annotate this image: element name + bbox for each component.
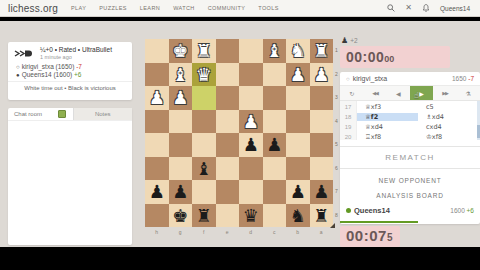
square-h4[interactable]: [145, 110, 169, 134]
square-h3[interactable]: ♟: [145, 86, 169, 110]
square-e2[interactable]: [216, 63, 240, 87]
username-menu[interactable]: Queens14: [440, 5, 470, 12]
square-e3[interactable]: [216, 86, 240, 110]
move-row-17: 17♕xf3c5: [340, 102, 480, 112]
black-player-line[interactable]: ●Queens14 (1600) +6: [16, 71, 132, 78]
bell-icon[interactable]: [422, 4, 430, 12]
page-background: ¼+0 • Rated • UltraBullet 1 minute ago ○…: [0, 21, 480, 247]
material-score: +2: [350, 37, 357, 44]
piece-white-bishop: ♝: [169, 63, 193, 87]
square-c8[interactable]: [263, 204, 287, 228]
move-white-19[interactable]: ♕xd4: [357, 123, 418, 131]
square-e6[interactable]: [216, 157, 240, 181]
nav-item-community[interactable]: COMMUNITY: [208, 5, 246, 11]
square-g8[interactable]: ♚: [169, 204, 193, 228]
piece-white-pawn: ♟: [169, 86, 193, 110]
piece-white-pawn: ♟: [239, 110, 263, 134]
piece-white-pawn: ♟: [286, 63, 310, 87]
square-d8[interactable]: ♛: [239, 204, 263, 228]
piece-black-pawn: ♟: [310, 180, 334, 204]
analysis-board-button[interactable]: ANALYSIS BOARD: [340, 192, 480, 199]
board-resize-handle[interactable]: [330, 223, 335, 228]
move-list: 16h3♗xf317♕xf3c518♕f2♗xd419♕xd4cxd420♖xf…: [340, 101, 480, 140]
square-d3[interactable]: [239, 86, 263, 110]
nav-item-learn[interactable]: LEARN: [140, 5, 160, 11]
online-status-icon: [346, 208, 351, 213]
next-move-button[interactable]: ▶: [410, 86, 433, 100]
material-advantage: ♟ +2: [341, 36, 358, 45]
move-white-20[interactable]: ♖xf8: [357, 133, 418, 140]
file-label-h: h: [145, 229, 169, 235]
square-d4[interactable]: ♟: [239, 110, 263, 134]
square-e5[interactable]: [216, 133, 240, 157]
last-move-button[interactable]: ▶▶: [433, 86, 456, 100]
square-b7[interactable]: ♟: [286, 180, 310, 204]
square-g2[interactable]: ♝: [169, 63, 193, 87]
move-row-18: 18♕f2♗xd4: [340, 112, 480, 122]
square-b6[interactable]: [286, 157, 310, 181]
square-d7[interactable]: [239, 180, 263, 204]
square-f6[interactable]: ♝: [192, 157, 216, 181]
piece-white-queen: ♛: [192, 63, 216, 87]
piece-black-knight: ♞: [286, 204, 310, 228]
time-control-label: ¼+0 • Rated • UltraBullet: [40, 46, 112, 53]
file-label-b: b: [286, 229, 310, 235]
square-h7[interactable]: ♟: [145, 180, 169, 204]
ultrabullet-icon: [14, 47, 34, 60]
top-nav: lichess.org PLAY PUZZLES LEARN WATCH COM…: [0, 0, 480, 17]
square-h1[interactable]: [145, 39, 169, 63]
piece-white-king: ♚: [169, 39, 193, 63]
square-f1[interactable]: ♜: [192, 39, 216, 63]
square-f5[interactable]: [192, 133, 216, 157]
rematch-button[interactable]: REMATCH: [340, 146, 480, 169]
piece-white-knight: ♞: [286, 39, 310, 63]
game-info-card: ¼+0 • Rated • UltraBullet 1 minute ago ○…: [8, 42, 132, 100]
piece-black-king: ♚: [169, 204, 193, 228]
top-player-row[interactable]: ○ kirigvi_stxa 1650 -7: [340, 72, 480, 85]
square-c5[interactable]: ♟: [263, 133, 287, 157]
square-f7[interactable]: [192, 180, 216, 204]
new-opponent-button[interactable]: NEW OPPONENT: [340, 177, 480, 184]
nav-item-play[interactable]: PLAY: [71, 5, 86, 11]
square-c6[interactable]: [263, 157, 287, 181]
captured-pawn-icon: ♟: [341, 36, 348, 45]
prev-move-button[interactable]: ◀: [387, 86, 410, 100]
square-g4[interactable]: [169, 110, 193, 134]
white-player-line[interactable]: ○kirigvi_stxa (1650) -7: [16, 63, 132, 70]
square-g6[interactable]: [169, 157, 193, 181]
file-label-c: c: [263, 229, 287, 235]
piece-black-pawn: ♟: [286, 180, 310, 204]
square-e8[interactable]: [216, 204, 240, 228]
piece-white-pawn: ♟: [310, 63, 334, 87]
analysis-flask-icon[interactable]: ⚗: [457, 86, 480, 100]
chat-card: Chat room Notes: [8, 108, 132, 245]
square-b4[interactable]: [286, 110, 310, 134]
square-f2[interactable]: ♛: [192, 63, 216, 87]
close-icon[interactable]: ✕: [405, 4, 412, 12]
square-c1[interactable]: ♝: [263, 39, 287, 63]
square-c3[interactable]: [263, 86, 287, 110]
square-e1[interactable]: [216, 39, 240, 63]
lichess-logo[interactable]: lichess.org: [8, 3, 58, 14]
game-result-text: White time out • Black is victorious: [8, 81, 132, 91]
square-a1[interactable]: ♜: [310, 39, 334, 63]
tab-notes[interactable]: Notes: [73, 108, 133, 120]
square-h2[interactable]: [145, 63, 169, 87]
piece-black-pawn: ♟: [263, 133, 287, 157]
file-label-a: a: [310, 229, 334, 235]
first-move-button[interactable]: ◀◀: [363, 86, 386, 100]
square-c4[interactable]: [263, 110, 287, 134]
square-a7[interactable]: ♟: [310, 180, 334, 204]
square-g3[interactable]: ♟: [169, 86, 193, 110]
move-number: 20: [340, 132, 357, 140]
square-a3[interactable]: [310, 86, 334, 110]
black-clock: 00:075: [340, 226, 400, 247]
move-white-17[interactable]: ♕xf3: [357, 103, 418, 111]
chat-toggle[interactable]: [58, 110, 66, 118]
chat-messages-area[interactable]: [8, 121, 132, 245]
player-progress-bar: [340, 221, 418, 223]
square-d6[interactable]: [239, 157, 263, 181]
bottom-player-row[interactable]: Queens14 1600 +6: [340, 204, 480, 217]
square-b8[interactable]: ♞: [286, 204, 310, 228]
piece-black-pawn: ♟: [169, 180, 193, 204]
square-a2[interactable]: ♟: [310, 63, 334, 87]
square-a4[interactable]: [310, 110, 334, 134]
square-f8[interactable]: ♜: [192, 204, 216, 228]
move-black-19[interactable]: cxd4: [418, 123, 479, 131]
move-number: 19: [340, 122, 357, 132]
piece-white-rook: ♜: [192, 39, 216, 63]
nav-item-tools[interactable]: TOOLS: [258, 5, 279, 11]
square-f3[interactable]: [192, 86, 216, 110]
square-g7[interactable]: ♟: [169, 180, 193, 204]
square-e4[interactable]: [216, 110, 240, 134]
move-black-18[interactable]: ♗xd4: [418, 113, 479, 121]
move-white-18[interactable]: ♕f2: [357, 113, 418, 121]
square-h6[interactable]: [145, 157, 169, 181]
square-d2[interactable]: [239, 63, 263, 87]
white-clock: 00:0000: [340, 46, 450, 68]
nav-item-watch[interactable]: WATCH: [173, 5, 195, 11]
square-c2[interactable]: [263, 63, 287, 87]
square-c7[interactable]: [263, 180, 287, 204]
piece-white-bishop: ♝: [263, 39, 287, 63]
file-label-f: f: [192, 229, 216, 235]
file-label-e: e: [216, 229, 240, 235]
square-g1[interactable]: ♚: [169, 39, 193, 63]
move-number: 17: [340, 102, 357, 112]
white-color-icon: ○: [16, 64, 20, 70]
square-h5[interactable]: [145, 133, 169, 157]
move-row-19: 19♕xd4cxd4: [340, 122, 480, 132]
nav-item-puzzles[interactable]: PUZZLES: [99, 5, 127, 11]
piece-black-rook: ♜: [192, 204, 216, 228]
piece-white-rook: ♜: [310, 39, 334, 63]
tab-chat-room[interactable]: Chat room: [8, 108, 73, 120]
square-a6[interactable]: [310, 157, 334, 181]
square-b2[interactable]: ♟: [286, 63, 310, 87]
move-row-20: 20♖xf8♔xf8: [340, 132, 480, 140]
black-color-icon: ●: [16, 72, 20, 78]
square-h8[interactable]: [145, 204, 169, 228]
game-side-panel: ○ kirigvi_stxa 1650 -7 ↻ ◀◀ ◀ ▶ ▶▶ ⚗ ☝ 1…: [340, 72, 480, 224]
square-g5[interactable]: [169, 133, 193, 157]
square-d1[interactable]: [239, 39, 263, 63]
piece-black-bishop: ♝: [192, 157, 216, 181]
piece-black-pawn: ♟: [239, 133, 263, 157]
file-label-d: d: [239, 229, 263, 235]
square-e7[interactable]: [216, 180, 240, 204]
piece-black-queen: ♛: [239, 204, 263, 228]
search-icon[interactable]: [387, 4, 395, 12]
move-black-17[interactable]: c5: [418, 103, 479, 111]
move-black-20[interactable]: ♔xf8: [418, 133, 479, 140]
square-d5[interactable]: ♟: [239, 133, 263, 157]
square-b3[interactable]: [286, 86, 310, 110]
replay-controls: ↻ ◀◀ ◀ ▶ ▶▶ ⚗: [340, 85, 480, 101]
flip-board-button[interactable]: ↻: [340, 86, 363, 100]
move-number: 18: [340, 112, 357, 122]
game-age-label: 1 minute ago: [40, 54, 112, 60]
piece-white-pawn: ♟: [145, 86, 169, 110]
square-b1[interactable]: ♞: [286, 39, 310, 63]
square-b5[interactable]: [286, 133, 310, 157]
piece-black-pawn: ♟: [145, 180, 169, 204]
file-label-g: g: [169, 229, 193, 235]
square-a5[interactable]: [310, 133, 334, 157]
square-f4[interactable]: [192, 110, 216, 134]
chess-board[interactable]: ♚♜♝♞♜♝♛♟♟♟♟♟♟♟♝♟♟♟♟♚♜♛♞♜: [145, 39, 333, 227]
offline-status-icon: ○: [346, 76, 350, 82]
